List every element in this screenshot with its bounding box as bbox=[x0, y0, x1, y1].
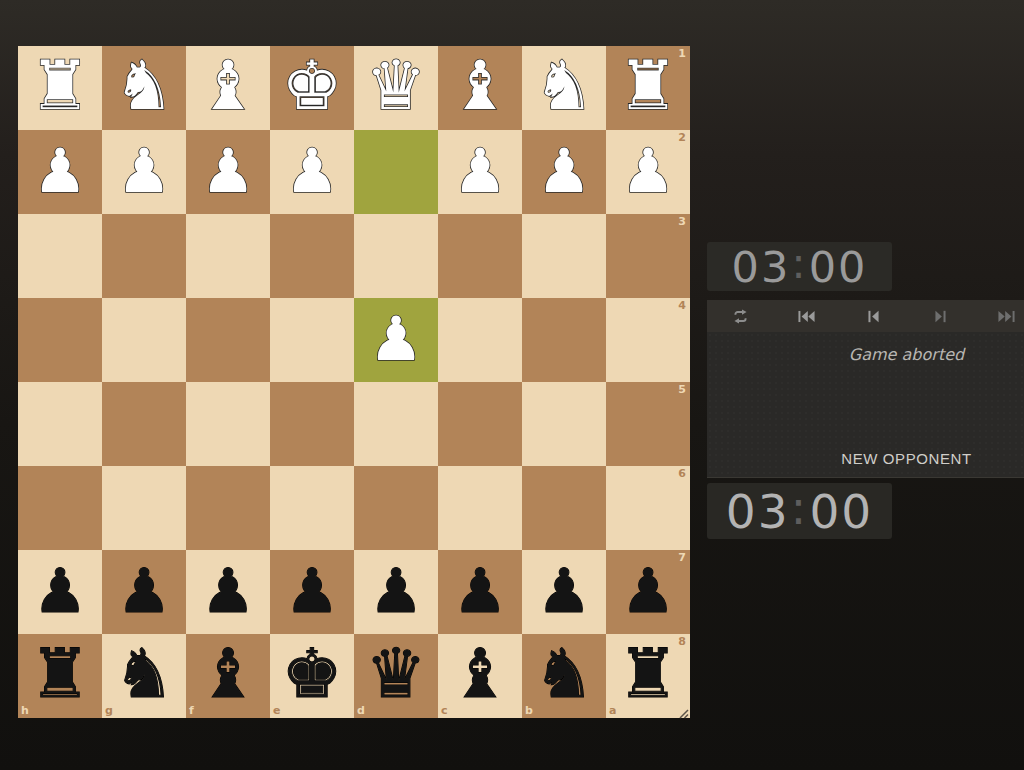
piece-white-bishop[interactable]: ♝ bbox=[450, 52, 511, 120]
opponent-clock-seconds: 00 bbox=[809, 242, 868, 292]
step-back-button[interactable] bbox=[840, 300, 907, 332]
player-clock-colon: : bbox=[791, 480, 809, 535]
chess-board: ♜♞♝♚♛♝♞♜♟♟♟♟♟♟♟♟♟♟♟♟♟♟♟♟♜♞♝♚♛♝♞♜ bbox=[18, 46, 690, 718]
opponent-clock-minutes: 03 bbox=[732, 242, 791, 292]
step-forward-button[interactable] bbox=[907, 300, 974, 332]
piece-black-king[interactable]: ♚ bbox=[282, 640, 343, 708]
square-g3[interactable] bbox=[102, 214, 186, 298]
skip-to-start-icon bbox=[798, 310, 815, 323]
skip-to-end-icon bbox=[998, 310, 1015, 323]
square-b5[interactable] bbox=[522, 382, 606, 466]
piece-white-rook[interactable]: ♜ bbox=[30, 52, 91, 120]
piece-white-pawn[interactable]: ♟ bbox=[453, 140, 508, 201]
piece-black-bishop[interactable]: ♝ bbox=[198, 640, 259, 708]
square-b6[interactable] bbox=[522, 466, 606, 550]
square-c8[interactable]: ♝ bbox=[438, 634, 522, 718]
square-d1[interactable]: ♛ bbox=[354, 46, 438, 130]
square-h4[interactable] bbox=[18, 298, 102, 382]
square-g7[interactable]: ♟ bbox=[102, 550, 186, 634]
piece-black-bishop[interactable]: ♝ bbox=[450, 640, 511, 708]
flip-board-button[interactable] bbox=[707, 300, 774, 332]
square-a1[interactable]: ♜ bbox=[606, 46, 690, 130]
resize-grip-icon bbox=[676, 706, 689, 719]
opponent-clock: 03:00 bbox=[707, 242, 892, 291]
piece-black-pawn[interactable]: ♟ bbox=[621, 560, 676, 621]
piece-black-pawn[interactable]: ♟ bbox=[369, 560, 424, 621]
piece-black-rook[interactable]: ♜ bbox=[30, 640, 91, 708]
player-clock-minutes: 03 bbox=[726, 484, 790, 539]
square-g6[interactable] bbox=[102, 466, 186, 550]
game-status-panel: Game aborted NEW OPPONENT bbox=[707, 332, 1024, 478]
square-h2[interactable]: ♟ bbox=[18, 130, 102, 214]
square-b3[interactable] bbox=[522, 214, 606, 298]
square-b4[interactable] bbox=[522, 298, 606, 382]
piece-white-pawn[interactable]: ♟ bbox=[621, 140, 676, 201]
square-f6[interactable] bbox=[186, 466, 270, 550]
square-d3[interactable] bbox=[354, 214, 438, 298]
piece-black-knight[interactable]: ♞ bbox=[114, 640, 175, 708]
square-f3[interactable] bbox=[186, 214, 270, 298]
piece-white-pawn[interactable]: ♟ bbox=[537, 140, 592, 201]
square-b1[interactable]: ♞ bbox=[522, 46, 606, 130]
square-h1[interactable]: ♜ bbox=[18, 46, 102, 130]
piece-white-king[interactable]: ♚ bbox=[282, 52, 343, 120]
app-background: ♜♞♝♚♛♝♞♜♟♟♟♟♟♟♟♟♟♟♟♟♟♟♟♟♜♞♝♚♛♝♞♜ 1234567… bbox=[0, 0, 1024, 770]
piece-white-knight[interactable]: ♞ bbox=[114, 52, 175, 120]
square-e5[interactable] bbox=[270, 382, 354, 466]
square-f4[interactable] bbox=[186, 298, 270, 382]
square-g1[interactable]: ♞ bbox=[102, 46, 186, 130]
square-b7[interactable]: ♟ bbox=[522, 550, 606, 634]
square-c2[interactable]: ♟ bbox=[438, 130, 522, 214]
skip-to-end-button[interactable] bbox=[973, 300, 1024, 332]
piece-white-rook[interactable]: ♜ bbox=[618, 52, 679, 120]
square-h7[interactable]: ♟ bbox=[18, 550, 102, 634]
square-c7[interactable]: ♟ bbox=[438, 550, 522, 634]
square-c1[interactable]: ♝ bbox=[438, 46, 522, 130]
piece-black-queen[interactable]: ♛ bbox=[366, 640, 427, 708]
square-b2[interactable]: ♟ bbox=[522, 130, 606, 214]
step-back-icon bbox=[868, 310, 879, 323]
square-d8[interactable]: ♛ bbox=[354, 634, 438, 718]
square-h3[interactable] bbox=[18, 214, 102, 298]
square-d4[interactable]: ♟ bbox=[354, 298, 438, 382]
square-f8[interactable]: ♝ bbox=[186, 634, 270, 718]
square-a6[interactable] bbox=[606, 466, 690, 550]
square-d2[interactable] bbox=[354, 130, 438, 214]
square-f5[interactable] bbox=[186, 382, 270, 466]
square-d7[interactable]: ♟ bbox=[354, 550, 438, 634]
square-h5[interactable] bbox=[18, 382, 102, 466]
square-e8[interactable]: ♚ bbox=[270, 634, 354, 718]
square-a5[interactable] bbox=[606, 382, 690, 466]
square-c6[interactable] bbox=[438, 466, 522, 550]
piece-white-pawn[interactable]: ♟ bbox=[33, 140, 88, 201]
square-d6[interactable] bbox=[354, 466, 438, 550]
square-f7[interactable]: ♟ bbox=[186, 550, 270, 634]
piece-black-pawn[interactable]: ♟ bbox=[201, 560, 256, 621]
piece-black-pawn[interactable]: ♟ bbox=[453, 560, 508, 621]
square-f2[interactable]: ♟ bbox=[186, 130, 270, 214]
square-a4[interactable] bbox=[606, 298, 690, 382]
game-status-message: Game aborted bbox=[773, 345, 1024, 364]
square-c4[interactable] bbox=[438, 298, 522, 382]
piece-black-pawn[interactable]: ♟ bbox=[285, 560, 340, 621]
square-b8[interactable]: ♞ bbox=[522, 634, 606, 718]
square-d5[interactable] bbox=[354, 382, 438, 466]
piece-white-knight[interactable]: ♞ bbox=[534, 52, 595, 120]
square-g8[interactable]: ♞ bbox=[102, 634, 186, 718]
square-a7[interactable]: ♟ bbox=[606, 550, 690, 634]
square-g2[interactable]: ♟ bbox=[102, 130, 186, 214]
square-e4[interactable] bbox=[270, 298, 354, 382]
square-e6[interactable] bbox=[270, 466, 354, 550]
chess-board-container: ♜♞♝♚♛♝♞♜♟♟♟♟♟♟♟♟♟♟♟♟♟♟♟♟♜♞♝♚♛♝♞♜ 1234567… bbox=[18, 46, 690, 718]
player-clock-seconds: 00 bbox=[809, 484, 873, 539]
piece-white-pawn[interactable]: ♟ bbox=[369, 308, 424, 369]
opponent-clock-colon: : bbox=[791, 238, 808, 288]
square-e3[interactable] bbox=[270, 214, 354, 298]
replay-controls bbox=[707, 300, 1024, 332]
piece-black-pawn[interactable]: ♟ bbox=[33, 560, 88, 621]
piece-white-pawn[interactable]: ♟ bbox=[201, 140, 256, 201]
square-h6[interactable] bbox=[18, 466, 102, 550]
board-resize-handle[interactable] bbox=[676, 704, 689, 717]
flip-board-icon bbox=[732, 309, 749, 324]
piece-black-pawn[interactable]: ♟ bbox=[117, 560, 172, 621]
square-f1[interactable]: ♝ bbox=[186, 46, 270, 130]
piece-white-pawn[interactable]: ♟ bbox=[285, 140, 340, 201]
skip-to-start-button[interactable] bbox=[774, 300, 841, 332]
square-e7[interactable]: ♟ bbox=[270, 550, 354, 634]
piece-black-rook[interactable]: ♜ bbox=[618, 640, 679, 708]
step-forward-icon bbox=[935, 310, 946, 323]
square-e2[interactable]: ♟ bbox=[270, 130, 354, 214]
new-opponent-button[interactable]: NEW OPPONENT bbox=[773, 450, 1024, 467]
piece-white-pawn[interactable]: ♟ bbox=[117, 140, 172, 201]
piece-white-bishop[interactable]: ♝ bbox=[198, 52, 259, 120]
piece-black-knight[interactable]: ♞ bbox=[534, 640, 595, 708]
square-a2[interactable]: ♟ bbox=[606, 130, 690, 214]
square-h8[interactable]: ♜ bbox=[18, 634, 102, 718]
piece-black-pawn[interactable]: ♟ bbox=[537, 560, 592, 621]
square-e1[interactable]: ♚ bbox=[270, 46, 354, 130]
square-a3[interactable] bbox=[606, 214, 690, 298]
square-c5[interactable] bbox=[438, 382, 522, 466]
square-c3[interactable] bbox=[438, 214, 522, 298]
piece-white-queen[interactable]: ♛ bbox=[366, 52, 427, 120]
square-g5[interactable] bbox=[102, 382, 186, 466]
square-g4[interactable] bbox=[102, 298, 186, 382]
player-clock: 03:00 bbox=[707, 483, 892, 539]
